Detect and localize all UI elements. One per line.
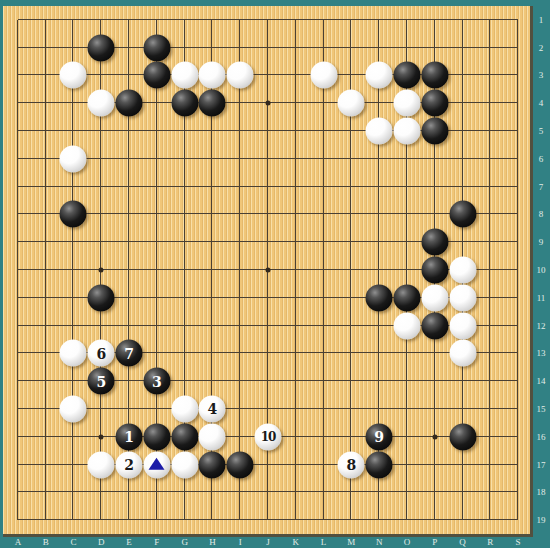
board-cell[interactable] <box>199 173 227 201</box>
board-cell[interactable] <box>254 312 282 340</box>
board-cell[interactable] <box>393 367 421 395</box>
board-cell[interactable] <box>60 89 88 117</box>
board-cell[interactable] <box>60 34 88 62</box>
board-cell[interactable] <box>254 395 282 423</box>
board-cell[interactable] <box>282 284 310 312</box>
board-cell[interactable] <box>310 339 338 367</box>
board-cell[interactable] <box>226 62 254 90</box>
board-cell[interactable] <box>421 117 449 145</box>
board-cell[interactable] <box>365 478 393 506</box>
board-cell[interactable] <box>171 339 199 367</box>
board-cell[interactable] <box>254 339 282 367</box>
board-cell[interactable] <box>365 89 393 117</box>
board-cell[interactable] <box>199 34 227 62</box>
board-cell[interactable] <box>143 228 171 256</box>
board-cell[interactable] <box>337 62 365 90</box>
board-cell[interactable] <box>32 423 60 451</box>
board-cell[interactable] <box>226 451 254 479</box>
board-cell[interactable] <box>60 173 88 201</box>
board-cell[interactable] <box>476 395 504 423</box>
board-cell[interactable] <box>32 451 60 479</box>
board-cell[interactable] <box>226 506 254 534</box>
board-cell[interactable] <box>282 256 310 284</box>
board-cell[interactable] <box>87 117 115 145</box>
board-cell[interactable] <box>476 367 504 395</box>
board-cell[interactable] <box>171 201 199 229</box>
board-cell[interactable] <box>310 34 338 62</box>
board-cell[interactable] <box>32 367 60 395</box>
board-cell[interactable] <box>254 6 282 34</box>
board-cell[interactable] <box>254 284 282 312</box>
board-cell[interactable] <box>4 256 32 284</box>
board-cell[interactable] <box>143 173 171 201</box>
board-cell[interactable] <box>115 173 143 201</box>
board-cell[interactable] <box>337 339 365 367</box>
board-cell[interactable] <box>60 367 88 395</box>
board-cell[interactable] <box>171 145 199 173</box>
board-cell[interactable] <box>199 201 227 229</box>
board-cell[interactable] <box>4 478 32 506</box>
board-cell[interactable] <box>4 34 32 62</box>
board-cell[interactable] <box>282 117 310 145</box>
board-cell[interactable] <box>282 62 310 90</box>
board-cell[interactable] <box>393 228 421 256</box>
board-cell[interactable] <box>282 145 310 173</box>
board-cell[interactable] <box>421 506 449 534</box>
board-cell[interactable] <box>254 173 282 201</box>
board-cell[interactable] <box>199 506 227 534</box>
board-cell[interactable] <box>421 395 449 423</box>
board-cell[interactable] <box>60 117 88 145</box>
board-cell[interactable] <box>4 228 32 256</box>
board-cell[interactable] <box>282 89 310 117</box>
board-cell[interactable] <box>337 506 365 534</box>
board-cell[interactable] <box>115 256 143 284</box>
board-cell[interactable] <box>504 145 532 173</box>
board-cell[interactable] <box>32 395 60 423</box>
board-cell[interactable] <box>476 6 504 34</box>
board-cell[interactable] <box>4 62 32 90</box>
board-cell[interactable] <box>310 6 338 34</box>
board-cell[interactable] <box>337 312 365 340</box>
board-cell[interactable] <box>32 228 60 256</box>
board-cell[interactable] <box>449 395 477 423</box>
board-cell[interactable] <box>421 201 449 229</box>
board-cell[interactable] <box>393 117 421 145</box>
board-cell[interactable] <box>365 201 393 229</box>
board-cell[interactable] <box>4 339 32 367</box>
board-cell[interactable] <box>393 284 421 312</box>
board-cell[interactable] <box>143 478 171 506</box>
board-cell[interactable] <box>421 89 449 117</box>
board-cell[interactable] <box>143 145 171 173</box>
board-cell[interactable] <box>337 89 365 117</box>
board-cell[interactable] <box>171 228 199 256</box>
board-cell[interactable] <box>476 256 504 284</box>
board-cell[interactable] <box>310 201 338 229</box>
board-cell[interactable] <box>115 201 143 229</box>
board-cell[interactable] <box>87 145 115 173</box>
board-cell[interactable] <box>32 89 60 117</box>
board-cell[interactable] <box>199 423 227 451</box>
board-cell[interactable] <box>143 451 171 479</box>
board-cell[interactable] <box>60 62 88 90</box>
board-cell[interactable] <box>282 34 310 62</box>
board-cell[interactable] <box>115 506 143 534</box>
board-cell[interactable] <box>199 367 227 395</box>
board-cell[interactable] <box>4 367 32 395</box>
board-cell[interactable] <box>32 312 60 340</box>
board-cell[interactable] <box>32 34 60 62</box>
board-cell[interactable] <box>282 367 310 395</box>
board-cell[interactable] <box>476 506 504 534</box>
board-cell[interactable] <box>32 6 60 34</box>
board-cell[interactable] <box>32 62 60 90</box>
board-cell[interactable] <box>449 423 477 451</box>
board-cell[interactable] <box>199 117 227 145</box>
board-cell[interactable] <box>143 117 171 145</box>
board-cell[interactable] <box>115 367 143 395</box>
board-cell[interactable] <box>254 256 282 284</box>
board-cell[interactable] <box>476 201 504 229</box>
board-cell[interactable] <box>143 395 171 423</box>
board-cell[interactable] <box>393 312 421 340</box>
board-cell[interactable] <box>143 201 171 229</box>
board-cell[interactable] <box>449 478 477 506</box>
board-cell[interactable] <box>393 339 421 367</box>
board-cell[interactable] <box>32 201 60 229</box>
board-cell[interactable] <box>365 62 393 90</box>
board-cell[interactable] <box>421 339 449 367</box>
board-cell[interactable] <box>365 228 393 256</box>
board-cell[interactable] <box>60 423 88 451</box>
board-cell[interactable] <box>310 173 338 201</box>
board-cell[interactable] <box>254 145 282 173</box>
board-cell[interactable] <box>199 62 227 90</box>
board-cell[interactable] <box>115 34 143 62</box>
board-cell[interactable] <box>449 256 477 284</box>
board-cell[interactable] <box>199 312 227 340</box>
board-cell[interactable] <box>226 6 254 34</box>
board-cell[interactable] <box>115 145 143 173</box>
board-cell[interactable] <box>199 228 227 256</box>
board-cell[interactable] <box>310 89 338 117</box>
board-cell[interactable]: 2 <box>115 451 143 479</box>
board-cell[interactable] <box>254 451 282 479</box>
board-cell[interactable] <box>4 506 32 534</box>
board-cell[interactable] <box>226 284 254 312</box>
board-cell[interactable]: 6 <box>87 339 115 367</box>
board-cell[interactable] <box>393 62 421 90</box>
board-cell[interactable] <box>393 506 421 534</box>
board-cell[interactable] <box>337 145 365 173</box>
board-cell[interactable] <box>504 423 532 451</box>
board-cell[interactable] <box>365 173 393 201</box>
board-cell[interactable] <box>393 34 421 62</box>
board-cell[interactable] <box>310 145 338 173</box>
board-cell[interactable] <box>87 506 115 534</box>
board-cell[interactable] <box>226 367 254 395</box>
board-cell[interactable] <box>421 478 449 506</box>
board-cell[interactable] <box>115 228 143 256</box>
board-cell[interactable]: 10 <box>254 423 282 451</box>
board-cell[interactable] <box>504 201 532 229</box>
board-cell[interactable] <box>60 201 88 229</box>
board-cell[interactable] <box>504 256 532 284</box>
board-cell[interactable] <box>449 89 477 117</box>
board-cell[interactable] <box>60 284 88 312</box>
board-cell[interactable] <box>476 117 504 145</box>
board-cell[interactable] <box>393 423 421 451</box>
board-cell[interactable] <box>476 228 504 256</box>
board-cell[interactable] <box>421 312 449 340</box>
board-cell[interactable] <box>226 339 254 367</box>
board-cell[interactable] <box>143 34 171 62</box>
board-cell[interactable] <box>504 62 532 90</box>
board-cell[interactable] <box>504 284 532 312</box>
board-cell[interactable] <box>143 62 171 90</box>
board-cell[interactable] <box>4 117 32 145</box>
board-cell[interactable] <box>476 451 504 479</box>
board-cell[interactable] <box>87 62 115 90</box>
board-cell[interactable] <box>226 312 254 340</box>
board-cell[interactable] <box>171 117 199 145</box>
board-cell[interactable] <box>226 228 254 256</box>
board-cell[interactable] <box>226 201 254 229</box>
board-cell[interactable] <box>365 256 393 284</box>
board-cell[interactable] <box>87 395 115 423</box>
board-cell[interactable] <box>226 89 254 117</box>
board-cell[interactable] <box>504 478 532 506</box>
board-cell[interactable] <box>226 173 254 201</box>
board-cell[interactable] <box>282 423 310 451</box>
board-cell[interactable] <box>199 256 227 284</box>
board-cell[interactable] <box>504 395 532 423</box>
board-cell[interactable] <box>32 284 60 312</box>
board-cell[interactable] <box>476 173 504 201</box>
board-cell[interactable] <box>87 423 115 451</box>
board-cell[interactable] <box>4 201 32 229</box>
board-cell[interactable] <box>32 145 60 173</box>
board-cell[interactable] <box>365 145 393 173</box>
board-cell[interactable] <box>282 312 310 340</box>
board-cell[interactable] <box>310 395 338 423</box>
board-cell[interactable] <box>421 367 449 395</box>
board-cell[interactable] <box>115 6 143 34</box>
board-cell[interactable] <box>4 89 32 117</box>
board-cell[interactable] <box>115 89 143 117</box>
board-cell[interactable] <box>449 201 477 229</box>
board-cell[interactable] <box>171 367 199 395</box>
board-cell[interactable] <box>199 478 227 506</box>
board-cell[interactable] <box>393 451 421 479</box>
board-cell[interactable] <box>393 173 421 201</box>
board-cell[interactable] <box>282 6 310 34</box>
board-cell[interactable] <box>449 312 477 340</box>
board-cell[interactable] <box>171 451 199 479</box>
board-cell[interactable] <box>365 6 393 34</box>
board-cell[interactable] <box>171 395 199 423</box>
board-cell[interactable] <box>60 256 88 284</box>
board-cell[interactable] <box>171 173 199 201</box>
board-cell[interactable] <box>476 478 504 506</box>
board-cell[interactable] <box>504 173 532 201</box>
board-cell[interactable] <box>254 62 282 90</box>
board-cell[interactable] <box>310 256 338 284</box>
board-cell[interactable] <box>226 117 254 145</box>
board-cell[interactable] <box>87 312 115 340</box>
board-cell[interactable] <box>226 256 254 284</box>
board-cell[interactable] <box>87 173 115 201</box>
board-cell[interactable] <box>115 284 143 312</box>
board-cell[interactable] <box>365 312 393 340</box>
board-cell[interactable] <box>449 145 477 173</box>
board-cell[interactable] <box>365 395 393 423</box>
board-cell[interactable] <box>171 506 199 534</box>
board-cell[interactable] <box>393 201 421 229</box>
board-cell[interactable] <box>282 201 310 229</box>
board-cell[interactable] <box>393 89 421 117</box>
board-cell[interactable] <box>337 201 365 229</box>
board-cell[interactable] <box>143 423 171 451</box>
board-cell[interactable] <box>310 478 338 506</box>
board-cell[interactable] <box>393 145 421 173</box>
board-cell[interactable] <box>171 6 199 34</box>
board-cell[interactable] <box>87 256 115 284</box>
board-cell[interactable] <box>4 312 32 340</box>
board-cell[interactable] <box>115 62 143 90</box>
board-cell[interactable] <box>365 117 393 145</box>
board-cell[interactable] <box>60 6 88 34</box>
board-cell[interactable] <box>4 173 32 201</box>
board-cell[interactable] <box>60 451 88 479</box>
board-cell[interactable] <box>199 6 227 34</box>
board-cell[interactable] <box>365 451 393 479</box>
board-cell[interactable] <box>199 339 227 367</box>
board-cell[interactable] <box>226 145 254 173</box>
board-cell[interactable] <box>226 395 254 423</box>
board-cell[interactable] <box>421 62 449 90</box>
board-cell[interactable] <box>476 339 504 367</box>
board-cell[interactable] <box>310 312 338 340</box>
board-cell[interactable]: 5 <box>87 367 115 395</box>
board-cell[interactable] <box>4 395 32 423</box>
board-cell[interactable] <box>254 201 282 229</box>
board-cell[interactable] <box>32 117 60 145</box>
board-cell[interactable] <box>310 506 338 534</box>
board-cell[interactable] <box>337 6 365 34</box>
board-cell[interactable] <box>143 6 171 34</box>
board-cell[interactable] <box>171 423 199 451</box>
board-cell[interactable] <box>199 284 227 312</box>
board-cell[interactable] <box>504 339 532 367</box>
board-cell[interactable] <box>476 34 504 62</box>
board-cell[interactable] <box>282 506 310 534</box>
board-cell[interactable] <box>421 173 449 201</box>
board-cell[interactable] <box>60 395 88 423</box>
board-cell[interactable] <box>504 367 532 395</box>
board-cell[interactable] <box>476 89 504 117</box>
board-cell[interactable] <box>254 89 282 117</box>
board-cell[interactable] <box>337 117 365 145</box>
board-cell[interactable] <box>449 117 477 145</box>
board-cell[interactable] <box>365 367 393 395</box>
board-cell[interactable] <box>421 451 449 479</box>
board-cell[interactable] <box>504 451 532 479</box>
board-cell[interactable] <box>171 284 199 312</box>
board-cell[interactable] <box>87 228 115 256</box>
board-cell[interactable] <box>337 367 365 395</box>
board-cell[interactable] <box>449 228 477 256</box>
board-cell[interactable] <box>310 367 338 395</box>
board-cell[interactable] <box>476 312 504 340</box>
board-cell[interactable] <box>449 506 477 534</box>
board-cell[interactable] <box>254 117 282 145</box>
board-cell[interactable] <box>504 34 532 62</box>
board-cell[interactable] <box>115 478 143 506</box>
board-cell[interactable] <box>32 339 60 367</box>
board-cell[interactable] <box>143 256 171 284</box>
board-cell[interactable] <box>282 228 310 256</box>
board-cell[interactable] <box>171 312 199 340</box>
board-cell[interactable] <box>143 284 171 312</box>
board-cell[interactable] <box>476 62 504 90</box>
board-cell[interactable] <box>421 256 449 284</box>
board-cell[interactable] <box>476 284 504 312</box>
board-cell[interactable] <box>421 34 449 62</box>
board-cell[interactable] <box>115 395 143 423</box>
board-cell[interactable] <box>393 478 421 506</box>
board-cell[interactable] <box>337 228 365 256</box>
board-cell[interactable] <box>310 228 338 256</box>
board-cell[interactable] <box>365 339 393 367</box>
board-cell[interactable] <box>337 173 365 201</box>
board-cell[interactable] <box>449 173 477 201</box>
board-cell[interactable] <box>393 6 421 34</box>
board-cell[interactable] <box>60 478 88 506</box>
board-cell[interactable] <box>171 34 199 62</box>
board-cell[interactable] <box>4 284 32 312</box>
board-cell[interactable] <box>310 284 338 312</box>
board-cell[interactable] <box>87 89 115 117</box>
board-cell[interactable] <box>143 339 171 367</box>
board-cell[interactable] <box>87 284 115 312</box>
board-cell[interactable] <box>282 478 310 506</box>
board-cell[interactable] <box>32 173 60 201</box>
board-cell[interactable] <box>87 201 115 229</box>
board-cell[interactable] <box>226 34 254 62</box>
board-cell[interactable] <box>87 451 115 479</box>
board-cell[interactable] <box>32 506 60 534</box>
board-cell[interactable] <box>32 256 60 284</box>
board-cell[interactable] <box>449 34 477 62</box>
board-cell[interactable] <box>365 506 393 534</box>
board-cell[interactable] <box>449 62 477 90</box>
board-cell[interactable] <box>226 478 254 506</box>
board-cell[interactable] <box>282 339 310 367</box>
board-cell[interactable] <box>143 312 171 340</box>
board-cell[interactable] <box>476 145 504 173</box>
board-cell[interactable] <box>337 423 365 451</box>
board-cell[interactable] <box>504 506 532 534</box>
board-cell[interactable] <box>4 6 32 34</box>
board-cell[interactable] <box>60 339 88 367</box>
board-cell[interactable] <box>171 62 199 90</box>
board-cell[interactable] <box>421 145 449 173</box>
board-cell[interactable] <box>60 228 88 256</box>
board-cell[interactable] <box>449 284 477 312</box>
board-cell[interactable] <box>310 62 338 90</box>
